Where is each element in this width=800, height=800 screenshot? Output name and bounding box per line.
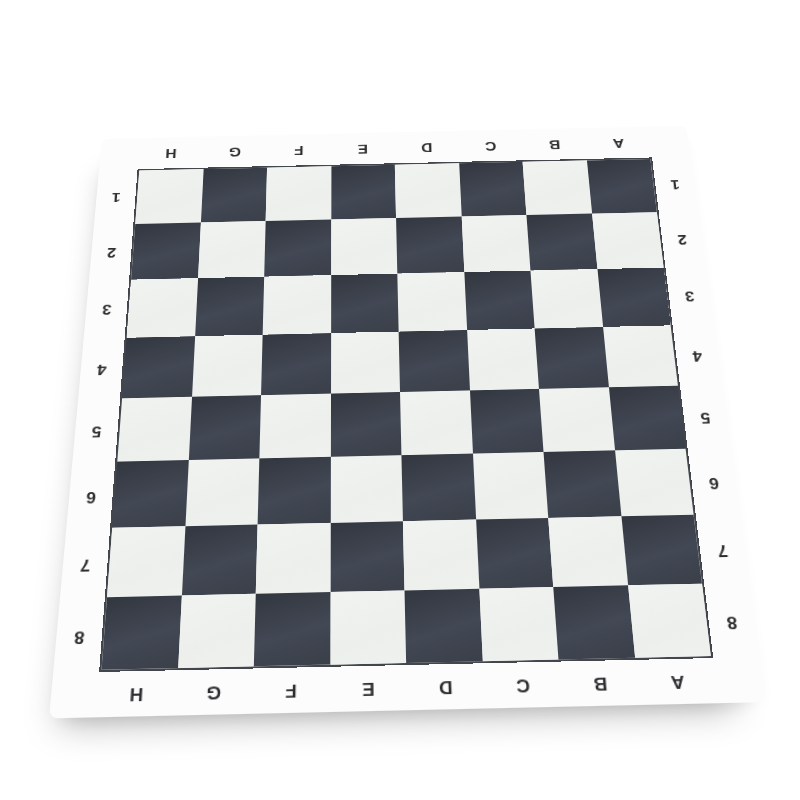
square-d3	[397, 272, 466, 331]
file-label-g: G	[202, 135, 267, 167]
rank-label-5: 5	[680, 385, 731, 449]
square-b4	[535, 327, 609, 389]
rank-label-6: 6	[688, 448, 740, 515]
file-label-a: A	[585, 127, 652, 159]
square-f2	[264, 220, 331, 277]
file-label-b: B	[521, 128, 588, 160]
square-b3	[530, 269, 602, 328]
square-e6	[330, 455, 403, 523]
square-b1	[523, 160, 592, 215]
square-f7	[256, 523, 331, 594]
square-c4	[467, 328, 539, 390]
square-a7	[621, 515, 702, 586]
square-c3	[464, 271, 535, 330]
square-c2	[461, 215, 530, 272]
square-h7	[107, 526, 185, 597]
piece-black-knight-b8	[558, 656, 634, 658]
square-d8	[405, 589, 483, 663]
square-h5	[117, 397, 191, 462]
piece-black-pawn-c7	[479, 585, 553, 587]
square-h6	[112, 460, 188, 528]
square-c7	[476, 518, 554, 589]
rank-label-5: 5	[72, 398, 120, 463]
rank-label-8: 8	[704, 584, 759, 658]
rank-label-1: 1	[94, 169, 137, 224]
square-b6	[544, 450, 621, 518]
file-label-b: B	[560, 660, 641, 707]
square-a6	[615, 449, 694, 517]
square-c8	[479, 587, 559, 661]
rank-label-2: 2	[89, 223, 133, 280]
piece-white-pawn-g2	[198, 275, 265, 277]
square-a4	[603, 325, 678, 387]
piece-black-knight-g8	[178, 664, 254, 666]
square-f1	[266, 166, 331, 221]
rank-label-8: 8	[53, 599, 105, 673]
rank-label-1: 1	[652, 157, 698, 211]
square-f5	[259, 394, 330, 459]
square-d7	[403, 520, 479, 591]
rank-label-6: 6	[66, 462, 115, 530]
piece-black-bishop-c8	[482, 657, 558, 659]
file-label-d: D	[406, 663, 485, 710]
rank-label-3: 3	[84, 279, 130, 338]
square-f4	[261, 333, 331, 395]
piece-black-pawn-b7	[553, 583, 627, 585]
square-f8	[254, 592, 330, 666]
photo-scene: HGFEDCBA HGFEDCBA 12345678 12345678	[0, 0, 800, 800]
square-g5	[188, 395, 261, 460]
piece-black-rook-h8	[102, 666, 178, 668]
square-a2	[592, 212, 664, 269]
square-d5	[400, 390, 472, 455]
file-labels-top: HGFEDCBA	[138, 127, 652, 170]
file-label-e: E	[329, 665, 407, 712]
piece-white-pawn-h2	[131, 277, 198, 279]
square-e1	[331, 165, 396, 220]
rank-label-4: 4	[673, 324, 722, 386]
square-d4	[399, 330, 470, 392]
square-d6	[401, 454, 475, 522]
piece-black-queen-d8	[406, 659, 482, 661]
square-g6	[185, 458, 259, 526]
square-a1	[586, 159, 656, 214]
square-d1	[395, 163, 461, 218]
file-label-c: C	[483, 662, 563, 709]
file-label-a: A	[636, 658, 718, 705]
square-h1	[135, 169, 203, 224]
file-label-h: H	[138, 137, 204, 169]
square-b7	[548, 516, 627, 587]
square-c1	[459, 162, 527, 217]
square-a3	[597, 268, 671, 327]
square-c6	[472, 452, 548, 520]
piece-black-pawn-f7	[256, 590, 330, 592]
square-c5	[469, 389, 543, 454]
rank-label-7: 7	[696, 515, 749, 586]
square-g7	[181, 525, 257, 596]
rank-label-3: 3	[665, 266, 713, 325]
square-h3	[127, 278, 198, 338]
square-b5	[539, 387, 615, 452]
file-label-f: F	[266, 134, 330, 166]
rank-label-2: 2	[659, 210, 706, 267]
file-label-f: F	[251, 667, 329, 714]
square-g2	[198, 221, 266, 278]
square-g8	[178, 594, 256, 668]
square-g4	[192, 335, 263, 397]
square-e4	[331, 332, 400, 394]
piece-black-rook-a8	[634, 654, 710, 656]
square-e7	[330, 521, 404, 592]
square-h4	[122, 336, 195, 398]
piece-white-bishop-f1	[266, 218, 331, 219]
square-g1	[200, 168, 267, 223]
rank-label-4: 4	[78, 337, 125, 399]
square-g3	[195, 277, 265, 337]
square-e2	[331, 218, 398, 275]
square-a8	[628, 584, 711, 658]
square-f3	[263, 275, 331, 335]
chess-mat: HGFEDCBA HGFEDCBA 12345678 12345678	[49, 126, 765, 719]
square-d2	[396, 217, 464, 274]
rank-label-7: 7	[60, 529, 110, 600]
file-label-c: C	[458, 129, 524, 161]
file-label-d: D	[394, 131, 459, 163]
piece-black-king-e8	[330, 661, 406, 663]
square-b8	[553, 585, 634, 659]
square-b2	[526, 214, 597, 271]
square-e8	[330, 590, 406, 664]
file-label-e: E	[331, 132, 395, 164]
file-label-h: H	[96, 670, 176, 717]
chess-board-grid	[99, 157, 713, 672]
piece-black-bishop-f8	[254, 663, 330, 665]
square-f6	[258, 457, 331, 525]
square-h8	[102, 595, 182, 669]
square-a5	[608, 386, 685, 451]
file-label-g: G	[174, 669, 253, 716]
square-e3	[331, 274, 399, 333]
square-h2	[131, 222, 200, 279]
square-e5	[330, 392, 401, 457]
